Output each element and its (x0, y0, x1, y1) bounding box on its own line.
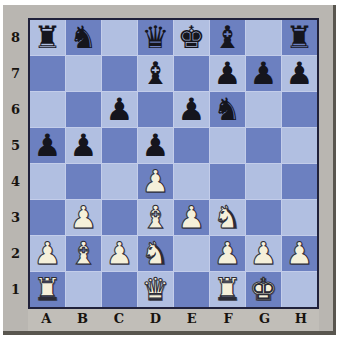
piece-black-pawn: ♟ (178, 92, 206, 127)
file-label-g: G (246, 309, 282, 331)
square-g1[interactable]: ♚ (246, 272, 281, 307)
file-label-f: F (210, 309, 246, 331)
square-e4[interactable] (174, 164, 209, 199)
piece-white-pawn: ♟ (106, 236, 134, 271)
square-c3[interactable] (102, 200, 137, 235)
square-b4[interactable] (66, 164, 101, 199)
rank-label-2: 2 (3, 236, 28, 272)
rank-label-1: 1 (3, 272, 28, 308)
piece-black-pawn: ♟ (214, 56, 242, 91)
rank-label-8: 8 (3, 20, 28, 56)
board-frame: 87654321 ♜♞♛♚♝♜♝♟♟♟♟♟♞♟♟♟♟♟♝♟♞♟♝♟♞♟♟♟♜♛♜… (3, 5, 336, 335)
piece-white-pawn: ♟ (34, 236, 62, 271)
piece-white-pawn: ♟ (178, 200, 206, 235)
square-f2[interactable]: ♟ (210, 236, 245, 271)
square-c1[interactable] (102, 272, 137, 307)
square-h2[interactable]: ♟ (282, 236, 317, 271)
square-d2[interactable]: ♞ (138, 236, 173, 271)
piece-white-bishop: ♝ (70, 236, 98, 271)
square-b1[interactable] (66, 272, 101, 307)
rank-label-4: 4 (3, 164, 28, 200)
square-e8[interactable]: ♚ (174, 20, 209, 55)
square-h8[interactable]: ♜ (282, 20, 317, 55)
piece-white-pawn: ♟ (214, 236, 242, 271)
piece-white-knight: ♞ (214, 200, 242, 235)
square-f5[interactable] (210, 128, 245, 163)
rank-label-5: 5 (3, 128, 28, 164)
file-label-e: E (174, 309, 210, 331)
file-label-b: B (64, 309, 100, 331)
square-e5[interactable] (174, 128, 209, 163)
square-d3[interactable]: ♝ (138, 200, 173, 235)
square-h7[interactable]: ♟ (282, 56, 317, 91)
rank-label-7: 7 (3, 56, 28, 92)
square-h3[interactable] (282, 200, 317, 235)
square-g7[interactable]: ♟ (246, 56, 281, 91)
square-b6[interactable] (66, 92, 101, 127)
piece-white-king: ♚ (250, 272, 278, 307)
square-f1[interactable]: ♜ (210, 272, 245, 307)
rank-labels: 87654321 (3, 20, 28, 308)
square-e7[interactable] (174, 56, 209, 91)
square-c7[interactable] (102, 56, 137, 91)
piece-white-queen: ♛ (142, 272, 170, 307)
square-e1[interactable] (174, 272, 209, 307)
piece-black-pawn: ♟ (286, 56, 314, 91)
square-a5[interactable]: ♟ (30, 128, 65, 163)
square-e2[interactable] (174, 236, 209, 271)
square-b5[interactable]: ♟ (66, 128, 101, 163)
square-d1[interactable]: ♛ (138, 272, 173, 307)
square-c2[interactable]: ♟ (102, 236, 137, 271)
piece-black-knight: ♞ (214, 92, 242, 127)
square-e3[interactable]: ♟ (174, 200, 209, 235)
piece-white-pawn: ♟ (142, 164, 170, 199)
file-label-h: H (283, 309, 319, 331)
square-c5[interactable] (102, 128, 137, 163)
square-a4[interactable] (30, 164, 65, 199)
square-f6[interactable]: ♞ (210, 92, 245, 127)
square-g6[interactable] (246, 92, 281, 127)
square-d6[interactable] (138, 92, 173, 127)
square-f4[interactable] (210, 164, 245, 199)
square-f8[interactable]: ♝ (210, 20, 245, 55)
square-d5[interactable]: ♟ (138, 128, 173, 163)
piece-black-king: ♚ (178, 20, 206, 55)
square-d7[interactable]: ♝ (138, 56, 173, 91)
square-b3[interactable]: ♟ (66, 200, 101, 235)
rank-label-3: 3 (3, 200, 28, 236)
piece-black-bishop: ♝ (214, 20, 242, 55)
square-c6[interactable]: ♟ (102, 92, 137, 127)
square-f7[interactable]: ♟ (210, 56, 245, 91)
piece-white-pawn: ♟ (286, 236, 314, 271)
square-a7[interactable] (30, 56, 65, 91)
file-labels: ABCDEFGH (28, 309, 319, 331)
piece-black-pawn: ♟ (70, 128, 98, 163)
piece-white-knight: ♞ (142, 236, 170, 271)
square-d4[interactable]: ♟ (138, 164, 173, 199)
piece-white-rook: ♜ (214, 272, 242, 307)
square-a6[interactable] (30, 92, 65, 127)
piece-white-bishop: ♝ (142, 200, 170, 235)
piece-black-pawn: ♟ (34, 128, 62, 163)
square-h1[interactable] (282, 272, 317, 307)
square-b7[interactable] (66, 56, 101, 91)
square-a1[interactable]: ♜ (30, 272, 65, 307)
square-b8[interactable]: ♞ (66, 20, 101, 55)
file-label-a: A (28, 309, 64, 331)
square-h5[interactable] (282, 128, 317, 163)
square-d8[interactable]: ♛ (138, 20, 173, 55)
square-h4[interactable] (282, 164, 317, 199)
piece-white-pawn: ♟ (250, 236, 278, 271)
piece-black-knight: ♞ (70, 20, 98, 55)
piece-black-queen: ♛ (142, 20, 170, 55)
piece-black-rook: ♜ (286, 20, 314, 55)
square-a2[interactable]: ♟ (30, 236, 65, 271)
piece-black-pawn: ♟ (142, 128, 170, 163)
square-g2[interactable]: ♟ (246, 236, 281, 271)
file-label-c: C (101, 309, 137, 331)
chess-board: ♜♞♛♚♝♜♝♟♟♟♟♟♞♟♟♟♟♟♝♟♞♟♝♟♞♟♟♟♜♛♜♚ (28, 18, 319, 309)
rank-label-6: 6 (3, 92, 28, 128)
piece-white-rook: ♜ (34, 272, 62, 307)
square-a8[interactable]: ♜ (30, 20, 65, 55)
square-h6[interactable] (282, 92, 317, 127)
file-label-d: D (137, 309, 173, 331)
square-f3[interactable]: ♞ (210, 200, 245, 235)
square-g8[interactable] (246, 20, 281, 55)
square-a3[interactable] (30, 200, 65, 235)
piece-black-rook: ♜ (34, 20, 62, 55)
piece-white-pawn: ♟ (70, 200, 98, 235)
square-e6[interactable]: ♟ (174, 92, 209, 127)
square-g3[interactable] (246, 200, 281, 235)
piece-black-bishop: ♝ (142, 56, 170, 91)
square-g5[interactable] (246, 128, 281, 163)
piece-black-pawn: ♟ (250, 56, 278, 91)
piece-black-pawn: ♟ (106, 92, 134, 127)
square-c8[interactable] (102, 20, 137, 55)
square-g4[interactable] (246, 164, 281, 199)
square-b2[interactable]: ♝ (66, 236, 101, 271)
square-c4[interactable] (102, 164, 137, 199)
